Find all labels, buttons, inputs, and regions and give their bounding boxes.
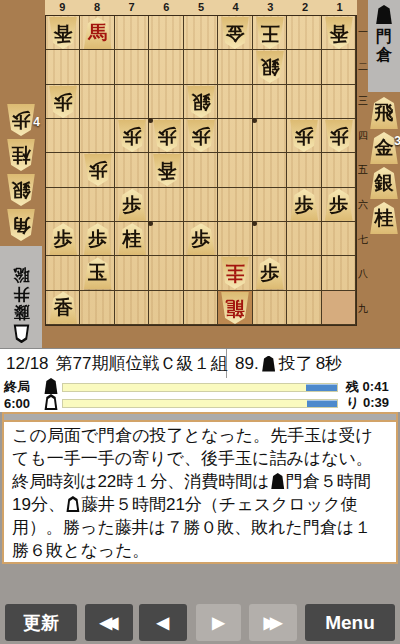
square-5四: 歩 (184, 119, 218, 153)
sente-captures: 飛金3銀桂 (369, 97, 399, 237)
board-piece: 歩 (324, 189, 354, 221)
file-label: 4 (218, 0, 253, 15)
star-point (252, 118, 257, 123)
square-8八: 玉 (80, 256, 114, 290)
file-labels: 987654321 (45, 0, 357, 15)
board-piece: 桂 (117, 223, 147, 255)
black-piece-icon (271, 473, 285, 489)
board-grid: 香馬金王香銀歩銀歩歩歩歩歩歩香歩歩歩歩歩桂歩玉圭歩香龍 (45, 15, 357, 326)
square-6一 (149, 16, 183, 50)
square-8九 (80, 291, 114, 325)
square-6五: 香 (149, 153, 183, 187)
step-forward-icon: ▶ (212, 613, 224, 632)
square-9九: 香 (46, 291, 80, 325)
captured-piece: 銀 (369, 167, 399, 199)
file-label: 3 (253, 0, 288, 15)
board-piece: 王 (255, 17, 285, 49)
square-8二 (80, 50, 114, 84)
square-8四 (80, 119, 114, 153)
captured-piece-count: 3 (394, 135, 400, 147)
square-3八: 歩 (253, 256, 287, 290)
square-8六 (80, 188, 114, 222)
board-piece: 玉 (83, 257, 113, 289)
board-piece: 香 (48, 17, 78, 49)
shogi-live-app: 987654321 香馬金王香銀歩銀歩歩歩歩歩歩香歩歩歩歩歩桂歩玉圭歩香龍 一二… (0, 0, 400, 644)
square-4二 (218, 50, 252, 84)
clock-icon-cell (40, 394, 62, 412)
square-3三 (253, 85, 287, 119)
file-label: 7 (114, 0, 149, 15)
square-1八 (322, 256, 356, 290)
sente-name: 門倉 (376, 28, 392, 65)
square-6二 (149, 50, 183, 84)
captured-piece-glyph: 桂 (369, 202, 399, 234)
square-4五 (218, 153, 252, 187)
board-piece: 香 (48, 292, 78, 324)
captured-piece: 飛 (369, 97, 399, 129)
square-8一: 馬 (80, 16, 114, 50)
square-6九 (149, 291, 183, 325)
square-5七: 歩 (184, 222, 218, 256)
board-piece: 銀 (186, 86, 216, 118)
square-2二 (287, 50, 321, 84)
board-piece: 馬 (83, 17, 113, 49)
fast-forward-button[interactable]: ▶▶ (249, 604, 297, 641)
captured-piece-glyph: 角 (6, 209, 36, 241)
square-2七 (287, 222, 321, 256)
star-point (148, 221, 153, 226)
toolbar: 更新 ◀◀ ◀ ▶ ▶▶ Menu (0, 564, 400, 641)
captured-piece: 角 (6, 209, 36, 241)
captured-piece-glyph: 飛 (369, 97, 399, 129)
square-2一 (287, 16, 321, 50)
square-4七 (218, 222, 252, 256)
board-piece: 歩 (186, 223, 216, 255)
commentary-paragraph: この局面で門倉の投了となった。先手玉は受けても一手一手の寄りで、後手玉に詰みはな… (12, 424, 388, 470)
board-piece: 歩 (83, 154, 113, 186)
square-4四 (218, 119, 252, 153)
captured-piece-glyph: 桂 (6, 139, 36, 171)
time-bar (62, 383, 338, 392)
time-remaining-bar (307, 400, 337, 407)
time-used-bar (63, 400, 307, 407)
square-7三 (115, 85, 149, 119)
square-9三: 歩 (46, 85, 80, 119)
square-1三 (322, 85, 356, 119)
sente-name-plate: 門倉 (368, 0, 400, 92)
menu-button[interactable]: Menu (305, 604, 395, 641)
event-date: 12/18 (6, 354, 49, 374)
board-piece: 圭 (220, 257, 250, 289)
board-piece: 歩 (83, 223, 113, 255)
gote-name-char: 井 (13, 284, 29, 302)
square-7五 (115, 153, 149, 187)
square-9一: 香 (46, 16, 80, 50)
board-piece: 銀 (255, 51, 285, 83)
gote-piece-icon (13, 324, 30, 343)
star-point (148, 118, 153, 123)
commentary-paragraph: 終局時刻は22時１分、消費時間は門倉５時間19分、藤井５時間21分（チェスクロッ… (12, 470, 388, 562)
sente-name-char: 倉 (376, 46, 392, 64)
commentary-text: この局面で門倉の投了となった。先手玉は受けても一手一手の寄りで、後手玉に詰みはな… (4, 422, 396, 562)
square-4六 (218, 188, 252, 222)
commentary-box[interactable]: この局面で門倉の投了となった。先手玉は受けても一手一手の寄りで、後手玉に詰みはな… (2, 412, 398, 564)
captured-piece-glyph: 銀 (369, 167, 399, 199)
sente-piece-icon (376, 5, 393, 24)
board-piece: 歩 (117, 120, 147, 152)
captured-piece: 金3 (369, 132, 399, 164)
square-3九 (253, 291, 287, 325)
square-1七 (322, 222, 356, 256)
square-5五 (184, 153, 218, 187)
square-9六 (46, 188, 80, 222)
sente-name-char: 門 (376, 28, 392, 46)
square-5二 (184, 50, 218, 84)
file-label: 1 (322, 0, 357, 15)
board-piece: 歩 (255, 257, 285, 289)
gote-name: 藤井聡 (13, 266, 30, 343)
square-3七 (253, 222, 287, 256)
square-5三: 銀 (184, 85, 218, 119)
board-piece: 歩 (289, 120, 319, 152)
board-piece: 金 (220, 17, 250, 49)
file-label: 9 (45, 0, 80, 15)
captured-piece-count: 4 (33, 116, 40, 128)
square-3六 (253, 188, 287, 222)
step-back-icon: ◀ (157, 613, 169, 632)
event-title: 第77期順位戦Ｃ級１組 (56, 352, 228, 375)
fast-rewind-icon: ◀◀ (100, 613, 119, 632)
square-4三 (218, 85, 252, 119)
square-6七 (149, 222, 183, 256)
board-piece: 歩 (324, 120, 354, 152)
move-number: 89. (235, 354, 259, 374)
captured-piece: 桂 (6, 139, 36, 171)
star-point (252, 221, 257, 226)
square-1九 (322, 291, 356, 325)
black-piece-icon (44, 378, 58, 394)
square-5八 (184, 256, 218, 290)
square-1一: 香 (322, 16, 356, 50)
clock-row: 6:00り 0:39 (0, 395, 400, 411)
gote-name-plate: 藤井聡 (0, 246, 42, 348)
square-9八 (46, 256, 80, 290)
step-forward-button[interactable]: ▶ (196, 604, 241, 641)
file-label: 5 (184, 0, 219, 15)
gote-name-char: 聡 (13, 266, 29, 284)
board-piece: 香 (152, 154, 182, 186)
square-4八: 圭 (218, 256, 252, 290)
square-3五 (253, 153, 287, 187)
square-9四 (46, 119, 80, 153)
file-label: 2 (288, 0, 323, 15)
board-piece: 龍 (220, 292, 250, 324)
board-zone: 987654321 香馬金王香銀歩銀歩歩歩歩歩歩香歩歩歩歩歩桂歩玉圭歩香龍 一二… (0, 0, 400, 348)
fast-forward-icon: ▶▶ (264, 613, 283, 632)
square-6六 (149, 188, 183, 222)
file-label: 6 (149, 0, 184, 15)
gote-captures: 歩4桂銀角 (6, 104, 36, 244)
sente-move-icon (262, 356, 276, 372)
square-2九 (287, 291, 321, 325)
square-2四: 歩 (287, 119, 321, 153)
square-2五 (287, 153, 321, 187)
time-used-bar (63, 384, 306, 391)
clock-row: 終局残 0:41 (0, 379, 400, 395)
gote-name-char: 藤 (13, 303, 29, 321)
square-2六: 歩 (287, 188, 321, 222)
board-piece: 歩 (152, 120, 182, 152)
move-info: 89. 投了 8秒 (227, 352, 342, 375)
square-1六: 歩 (322, 188, 356, 222)
board-piece: 歩 (117, 189, 147, 221)
board-piece: 歩 (289, 189, 319, 221)
captured-piece: 銀 (6, 174, 36, 206)
board-piece: 香 (324, 17, 354, 49)
square-8三 (80, 85, 114, 119)
info-bar: 12/18 第77期順位戦Ｃ級１組 89. 投了 8秒 (0, 348, 400, 378)
white-piece-icon (44, 394, 58, 410)
sente-capture-tray: 門倉 飛金3銀桂 (368, 0, 400, 348)
captured-piece: 桂 (369, 202, 399, 234)
square-7八 (115, 256, 149, 290)
time-bar (62, 399, 338, 408)
captured-piece-glyph: 銀 (6, 174, 36, 206)
square-7七: 桂 (115, 222, 149, 256)
captured-piece-glyph: 歩 (6, 104, 36, 136)
splitter-grip[interactable] (4, 414, 396, 422)
move-time: 8秒 (316, 352, 342, 375)
square-3二: 銀 (253, 50, 287, 84)
square-7一 (115, 16, 149, 50)
square-3一: 王 (253, 16, 287, 50)
white-piece-icon (66, 496, 80, 512)
square-5一 (184, 16, 218, 50)
square-9七: 歩 (46, 222, 80, 256)
square-1五 (322, 153, 356, 187)
board-piece: 歩 (48, 86, 78, 118)
square-9二 (46, 50, 80, 84)
square-3四 (253, 119, 287, 153)
square-5九 (184, 291, 218, 325)
captured-piece: 歩4 (6, 104, 36, 136)
refresh-button[interactable]: 更新 (5, 604, 77, 641)
square-2八 (287, 256, 321, 290)
time-remaining-label: り 0:39 (346, 394, 400, 412)
board-piece: 歩 (48, 223, 78, 255)
square-7四: 歩 (115, 119, 149, 153)
square-6三 (149, 85, 183, 119)
square-7九 (115, 291, 149, 325)
clock-label: 終局 (0, 378, 40, 396)
board-piece: 歩 (186, 120, 216, 152)
square-2三 (287, 85, 321, 119)
clock-label: 6:00 (0, 396, 40, 411)
bottom-bar: 更新 ◀◀ ◀ ▶ ▶▶ Menu (0, 564, 400, 644)
square-8五: 歩 (80, 153, 114, 187)
square-9五 (46, 153, 80, 187)
time-remaining-bar (306, 384, 337, 391)
gote-capture-tray: 歩4桂銀角 藤井聡 (0, 0, 42, 348)
square-1二 (322, 50, 356, 84)
event-info: 12/18 第77期順位戦Ｃ級１組 (0, 349, 227, 378)
square-6八 (149, 256, 183, 290)
file-label: 8 (80, 0, 115, 15)
clock-panel: 終局残 0:416:00り 0:39 (0, 378, 400, 412)
square-1四: 歩 (322, 119, 356, 153)
square-4一: 金 (218, 16, 252, 50)
fast-rewind-button[interactable]: ◀◀ (85, 604, 133, 641)
square-8七: 歩 (80, 222, 114, 256)
square-4九: 龍 (218, 291, 252, 325)
square-7二 (115, 50, 149, 84)
step-back-button[interactable]: ◀ (139, 604, 187, 641)
move-text: 投了 (279, 352, 313, 375)
square-7六: 歩 (115, 188, 149, 222)
square-5六 (184, 188, 218, 222)
square-6四: 歩 (149, 119, 183, 153)
